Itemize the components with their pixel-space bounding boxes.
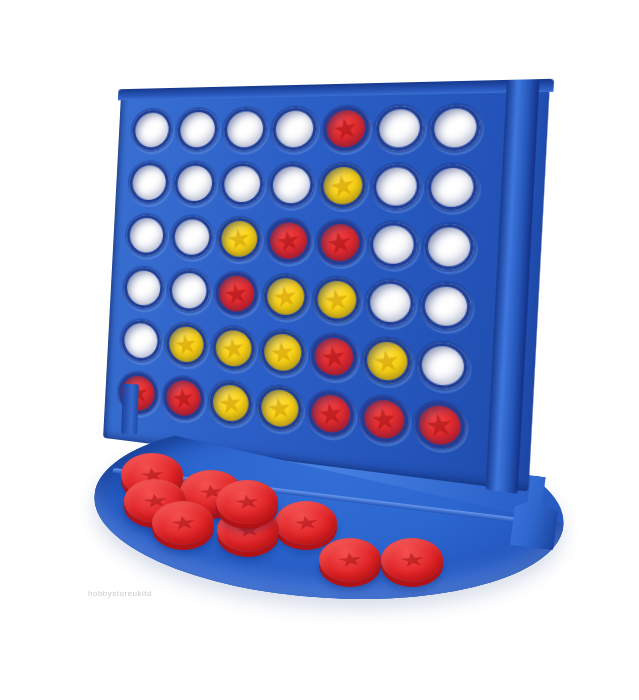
star-emboss-icon: ★ xyxy=(217,388,245,418)
board-cell-r4c7-empty-hole xyxy=(420,282,472,331)
star-emboss-icon: ★ xyxy=(170,383,197,412)
connect4-board: ★★★★★★★★★★★★★★★★★★★★ xyxy=(103,87,550,491)
board-cell-r4c2-empty-hole xyxy=(168,269,211,313)
board-cell-r4c1-empty-hole xyxy=(123,267,164,310)
board-cell-r2c3-empty-hole xyxy=(220,163,264,206)
board-cell-r5c2-yellow-disc: ★ xyxy=(165,322,207,367)
board-cell-r2c4-empty-hole xyxy=(269,163,315,207)
board-cell-r3c5-red-disc: ★ xyxy=(316,220,364,266)
board-cell-r2c2-empty-hole xyxy=(174,163,217,205)
star-emboss-icon: ★ xyxy=(225,223,253,254)
board-cell-r1c2-empty-hole xyxy=(176,109,219,151)
star-emboss-icon: ★ xyxy=(219,333,247,363)
board-cell-r3c1-empty-hole xyxy=(126,214,167,256)
board-cell-r1c3-empty-hole xyxy=(223,108,267,150)
star-emboss-icon: ★ xyxy=(371,345,403,377)
board-cell-r2c6-empty-hole xyxy=(372,164,422,210)
connect4-frame: ★★★★★★★★★★★★★★★★★★★★ xyxy=(103,87,550,491)
board-cell-r4c5-yellow-disc: ★ xyxy=(313,277,361,324)
board-cell-r4c4-yellow-disc: ★ xyxy=(263,274,309,320)
board-cell-r5c7-empty-hole xyxy=(417,341,469,391)
board-cell-r6c7-red-disc: ★ xyxy=(414,400,466,451)
board-cell-r5c5-red-disc: ★ xyxy=(310,333,358,381)
board-cell-r6c6-red-disc: ★ xyxy=(359,395,409,445)
board-cell-r3c3-yellow-disc: ★ xyxy=(217,217,261,261)
star-emboss-icon: ★ xyxy=(327,169,358,202)
star-emboss-icon: ★ xyxy=(368,403,400,435)
board-cell-r1c6-empty-hole xyxy=(375,106,425,151)
board-cell-r5c1-empty-hole xyxy=(121,319,162,363)
board-cell-r2c5-yellow-disc: ★ xyxy=(319,164,367,209)
star-emboss-icon: ★ xyxy=(321,284,352,316)
board-cell-r3c6-empty-hole xyxy=(369,222,419,269)
board-cell-r6c4-yellow-disc: ★ xyxy=(257,385,303,433)
star-emboss-icon: ★ xyxy=(173,329,200,359)
star-emboss-icon: ★ xyxy=(324,226,355,258)
star-emboss-icon: ★ xyxy=(265,393,295,424)
watermark-text: hobbystoreukltd xyxy=(88,589,152,598)
board-cell-r6c2-red-disc: ★ xyxy=(162,375,204,421)
board-cell-r5c4-yellow-disc: ★ xyxy=(260,329,306,376)
board-cell-r6c3-yellow-disc: ★ xyxy=(209,380,253,427)
board-cell-r1c1-empty-hole xyxy=(131,109,172,150)
board-cell-r1c5-red-disc: ★ xyxy=(322,106,370,150)
connect-four-photo: ★★★★★★★★★★★★★★★★★★★★ ★★★★★★★★★ hobbystor… xyxy=(0,0,639,700)
board-cell-r4c6-empty-hole xyxy=(366,279,416,327)
star-emboss-icon: ★ xyxy=(318,341,349,373)
board-cell-r5c6-yellow-disc: ★ xyxy=(363,337,413,386)
board-cell-r2c7-empty-hole xyxy=(426,164,478,210)
board-cell-r1c4-empty-hole xyxy=(272,107,318,150)
board-cell-r2c1-empty-hole xyxy=(129,162,170,203)
connect4-board-grid: ★★★★★★★★★★★★★★★★★★★★ xyxy=(118,105,482,451)
star-emboss-icon: ★ xyxy=(274,225,304,257)
board-cell-r3c4-red-disc: ★ xyxy=(266,219,312,264)
board-cell-r6c5-red-disc: ★ xyxy=(307,390,355,439)
board-cell-r5c3-yellow-disc: ★ xyxy=(212,326,256,372)
star-emboss-icon: ★ xyxy=(316,398,347,429)
star-emboss-icon: ★ xyxy=(268,337,298,368)
left-support-post xyxy=(121,384,139,435)
board-cell-r4c3-red-disc: ★ xyxy=(214,271,258,316)
star-emboss-icon: ★ xyxy=(330,112,361,145)
star-emboss-icon: ★ xyxy=(423,409,457,441)
star-emboss-icon: ★ xyxy=(271,281,301,312)
board-cell-r3c7-empty-hole xyxy=(423,223,475,271)
board-cell-r1c7-empty-hole xyxy=(429,105,481,151)
board-cell-r3c2-empty-hole xyxy=(171,216,214,259)
star-emboss-icon: ★ xyxy=(222,278,250,309)
